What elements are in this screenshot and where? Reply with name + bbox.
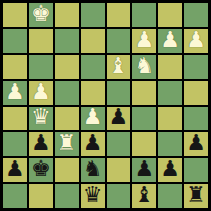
white-pawn: ♟ [83, 107, 103, 129]
black-pawn: ♟ [186, 132, 206, 154]
square-a4[interactable] [3, 107, 27, 131]
square-c6[interactable] [55, 55, 79, 79]
chess-board-frame: ♚♟♟♟♝♞♟♟♛♟♟♟♜♟♟♟♚♞♟♟♛♝♜ [0, 0, 211, 211]
square-f3[interactable] [132, 132, 156, 156]
square-f6[interactable]: ♞ [132, 55, 156, 79]
square-f5[interactable] [132, 81, 156, 105]
square-g4[interactable] [158, 107, 182, 131]
black-king: ♚ [31, 158, 51, 180]
square-d5[interactable] [81, 81, 105, 105]
square-d8[interactable] [81, 3, 105, 27]
square-b2[interactable]: ♚ [29, 158, 53, 182]
square-e6[interactable]: ♝ [107, 55, 131, 79]
square-b7[interactable] [29, 29, 53, 53]
square-e2[interactable] [107, 158, 131, 182]
white-rook: ♜ [57, 132, 77, 154]
square-e7[interactable] [107, 29, 131, 53]
black-rook: ♜ [186, 184, 206, 206]
white-bishop: ♝ [109, 55, 129, 77]
square-g7[interactable]: ♟ [158, 29, 182, 53]
square-g5[interactable] [158, 81, 182, 105]
square-e8[interactable] [107, 3, 131, 27]
white-queen: ♛ [31, 107, 51, 129]
white-pawn: ♟ [160, 29, 180, 51]
square-f4[interactable] [132, 107, 156, 131]
chess-board: ♚♟♟♟♝♞♟♟♛♟♟♟♜♟♟♟♚♞♟♟♛♝♜ [3, 3, 208, 208]
white-pawn: ♟ [5, 81, 25, 103]
black-pawn: ♟ [31, 132, 51, 154]
square-h4[interactable] [184, 107, 208, 131]
square-a2[interactable]: ♟ [3, 158, 27, 182]
square-d1[interactable]: ♛ [81, 184, 105, 208]
black-bishop: ♝ [134, 184, 154, 206]
square-c4[interactable] [55, 107, 79, 131]
square-a3[interactable] [3, 132, 27, 156]
square-g6[interactable] [158, 55, 182, 79]
square-e3[interactable] [107, 132, 131, 156]
white-pawn: ♟ [134, 29, 154, 51]
black-pawn: ♟ [160, 158, 180, 180]
white-knight: ♞ [134, 55, 154, 77]
square-b1[interactable] [29, 184, 53, 208]
square-h1[interactable]: ♜ [184, 184, 208, 208]
black-pawn: ♟ [109, 107, 129, 129]
square-c2[interactable] [55, 158, 79, 182]
square-g3[interactable] [158, 132, 182, 156]
square-d2[interactable]: ♞ [81, 158, 105, 182]
square-c8[interactable] [55, 3, 79, 27]
square-e5[interactable] [107, 81, 131, 105]
square-b5[interactable]: ♟ [29, 81, 53, 105]
black-knight: ♞ [83, 158, 103, 180]
square-h5[interactable] [184, 81, 208, 105]
square-d3[interactable]: ♟ [81, 132, 105, 156]
square-e1[interactable] [107, 184, 131, 208]
square-g1[interactable] [158, 184, 182, 208]
square-f2[interactable]: ♟ [132, 158, 156, 182]
square-a7[interactable] [3, 29, 27, 53]
square-d6[interactable] [81, 55, 105, 79]
square-a8[interactable] [3, 3, 27, 27]
white-king: ♚ [31, 3, 51, 25]
black-pawn: ♟ [5, 158, 25, 180]
square-g2[interactable]: ♟ [158, 158, 182, 182]
square-e4[interactable]: ♟ [107, 107, 131, 131]
square-a6[interactable] [3, 55, 27, 79]
square-f7[interactable]: ♟ [132, 29, 156, 53]
square-b6[interactable] [29, 55, 53, 79]
square-a1[interactable] [3, 184, 27, 208]
square-a5[interactable]: ♟ [3, 81, 27, 105]
square-d4[interactable]: ♟ [81, 107, 105, 131]
square-f8[interactable] [132, 3, 156, 27]
square-h3[interactable]: ♟ [184, 132, 208, 156]
black-pawn: ♟ [83, 132, 103, 154]
square-c1[interactable] [55, 184, 79, 208]
black-queen: ♛ [83, 184, 103, 206]
white-pawn: ♟ [31, 81, 51, 103]
square-c3[interactable]: ♜ [55, 132, 79, 156]
square-h7[interactable]: ♟ [184, 29, 208, 53]
square-g8[interactable] [158, 3, 182, 27]
black-pawn: ♟ [134, 158, 154, 180]
square-b8[interactable]: ♚ [29, 3, 53, 27]
square-b4[interactable]: ♛ [29, 107, 53, 131]
square-c7[interactable] [55, 29, 79, 53]
square-c5[interactable] [55, 81, 79, 105]
square-d7[interactable] [81, 29, 105, 53]
square-h2[interactable] [184, 158, 208, 182]
square-f1[interactable]: ♝ [132, 184, 156, 208]
square-h6[interactable] [184, 55, 208, 79]
square-h8[interactable] [184, 3, 208, 27]
white-pawn: ♟ [186, 29, 206, 51]
square-b3[interactable]: ♟ [29, 132, 53, 156]
